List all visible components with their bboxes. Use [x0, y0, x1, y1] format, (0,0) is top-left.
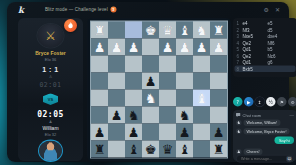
- black-move: b5: [268, 47, 294, 52]
- square[interactable]: [210, 90, 227, 107]
- vs-badge: VS: [43, 93, 58, 105]
- square[interactable]: ♟: [108, 39, 125, 56]
- game-mode-title: Blitz mode — Challenge level 3: [45, 7, 116, 13]
- player-color-icon: ♟: [49, 119, 53, 124]
- square[interactable]: ♜: [210, 22, 227, 39]
- square[interactable]: [125, 22, 142, 39]
- square[interactable]: [210, 73, 227, 90]
- flame-icon: [68, 22, 74, 29]
- chess-piece: ♟: [94, 39, 106, 56]
- close-icon[interactable]: ✕: [275, 6, 280, 13]
- chess-piece: ♟: [145, 73, 157, 90]
- chess-piece: ♚: [145, 22, 157, 39]
- square[interactable]: [176, 90, 193, 107]
- chess-piece: ♟: [179, 39, 191, 56]
- move-row[interactable]: 7Qd1g6: [233, 59, 296, 66]
- desktop-background: k Blitz mode — Challenge level 3 ⚙ ✕ ⚔ B…: [0, 0, 296, 165]
- square[interactable]: [91, 107, 108, 124]
- chess-piece: ♝: [196, 90, 208, 107]
- white-move: Qe2: [243, 53, 268, 58]
- black-move: Nf6: [268, 40, 294, 45]
- black-move: d5: [268, 27, 294, 32]
- chess-piece: ♜: [213, 141, 225, 158]
- chess-piece: ♟: [94, 124, 106, 141]
- chat-panel: Chat room — ♞Welcome, William!♞Welcome, …: [233, 110, 296, 161]
- square[interactable]: ♞: [193, 22, 210, 39]
- match-score: 1 : 1: [42, 65, 59, 73]
- chess-piece: ♝: [179, 22, 191, 39]
- square[interactable]: ♟: [210, 124, 227, 141]
- square[interactable]: [108, 73, 125, 90]
- draw-button[interactable]: ½: [266, 97, 276, 107]
- move-row[interactable]: 2Nf3d5: [233, 27, 296, 34]
- emoji-button[interactable]: ☺: [286, 156, 293, 163]
- square[interactable]: [108, 124, 125, 141]
- chess-piece: ♞: [145, 90, 157, 107]
- message-text: Welcome, Bryce Foster!: [244, 128, 290, 135]
- player-avatar[interactable]: [39, 140, 62, 161]
- square[interactable]: ♞: [176, 107, 193, 124]
- flip-board-button[interactable]: ↕: [255, 97, 265, 107]
- square[interactable]: ♞: [125, 107, 142, 124]
- settings-button[interactable]: ⚙: [288, 97, 296, 107]
- white-move: Qe2: [243, 40, 268, 45]
- square[interactable]: [193, 73, 210, 90]
- chess-piece: ♝: [179, 141, 191, 158]
- player-name: William: [42, 125, 58, 131]
- white-move: Nf3: [243, 27, 268, 32]
- square[interactable]: ♜: [91, 141, 108, 158]
- hint-button[interactable]: ?: [233, 97, 243, 107]
- chess-piece: ♟: [128, 124, 140, 141]
- settings-icon[interactable]: ⚙: [264, 6, 269, 13]
- top-bar: k Blitz mode — Challenge level 3 ⚙ ✕: [7, 2, 289, 17]
- chess-piece: ♛: [162, 141, 174, 158]
- square[interactable]: ♟: [91, 39, 108, 56]
- move-list: 1e4e52Nf3d53Nxe5dxe44Qe2Nf65Qd1b56Qe2Nc6…: [233, 18, 296, 77]
- chess-piece: ♟: [179, 124, 191, 141]
- opponent-name: Bryce Foster: [35, 50, 66, 56]
- square[interactable]: ♟: [125, 39, 142, 56]
- analysis-button[interactable]: ▶: [244, 97, 254, 107]
- square[interactable]: [210, 107, 227, 124]
- message-text: Welcome, William!: [244, 120, 281, 127]
- square[interactable]: ♟: [210, 39, 227, 56]
- square[interactable]: ♝: [193, 90, 210, 107]
- chess-piece: ♛: [162, 22, 174, 39]
- chess-piece: ♟: [213, 39, 225, 56]
- message-avatar-icon: ♞: [236, 129, 242, 135]
- quick-reply-button[interactable]: Say hi: [275, 137, 294, 145]
- streak-flame-badge[interactable]: [64, 19, 77, 32]
- white-move: e4: [243, 21, 268, 26]
- chat-input-wrap: ☺: [236, 155, 294, 163]
- black-move: e5: [268, 21, 294, 26]
- square[interactable]: ♟: [176, 124, 193, 141]
- square[interactable]: [108, 90, 125, 107]
- chess-piece: ♞: [128, 107, 140, 124]
- square[interactable]: [176, 73, 193, 90]
- white-move: Qd1: [243, 47, 268, 52]
- square[interactable]: [176, 56, 193, 73]
- opponent-rating: Elo 36: [45, 57, 56, 62]
- square[interactable]: [159, 90, 176, 107]
- action-buttons: ?▶↕½⚑⚙: [233, 97, 296, 107]
- move-row[interactable]: 8Bxb5: [235, 66, 296, 73]
- app-logo-icon[interactable]: k: [18, 5, 24, 15]
- square[interactable]: [91, 90, 108, 107]
- chess-piece: ♟: [111, 39, 123, 56]
- white-move: Nxe5: [243, 34, 268, 39]
- chess-piece: ♟: [111, 107, 123, 124]
- chess-piece: ♚: [145, 141, 157, 158]
- square[interactable]: ♚: [142, 141, 159, 158]
- square[interactable]: ♞: [142, 90, 159, 107]
- black-move: dxe4: [268, 34, 294, 39]
- square[interactable]: [108, 141, 125, 158]
- game-mode-label: Blitz mode — Challenge level: [45, 7, 108, 12]
- square[interactable]: [142, 56, 159, 73]
- players-sidebar: ⚔ Bryce Foster Elo 36 1 : 1 ♙ 02:01 VS 0…: [18, 18, 83, 161]
- chess-piece: ♜: [94, 141, 106, 158]
- square[interactable]: [91, 73, 108, 90]
- white-move: Qd1: [243, 60, 268, 65]
- square[interactable]: ♟: [176, 39, 193, 56]
- message-avatar-icon: ♞: [236, 120, 242, 126]
- opponent-avatar[interactable]: ⚔: [38, 24, 64, 47]
- square[interactable]: [159, 124, 176, 141]
- square[interactable]: [193, 56, 210, 73]
- square[interactable]: [125, 90, 142, 107]
- move-row[interactable]: 6Qe2Nc6: [233, 53, 296, 60]
- square[interactable]: [142, 39, 159, 56]
- board: ♜♚♛♝♞♜♟♟♟♟♟♟♟♟♞♝♟♞♞♟♟♟♟♜♝♚♛♝♜: [91, 22, 227, 158]
- square[interactable]: ♚: [142, 22, 159, 39]
- chat-bubble-icon: [236, 113, 241, 117]
- chess-piece: ♟: [128, 39, 140, 56]
- white-move: Bxb5: [243, 66, 268, 71]
- chat-message: ♞Welcome, Bryce Foster!: [236, 128, 294, 135]
- square[interactable]: [142, 124, 159, 141]
- chess-piece: ♟: [162, 39, 174, 56]
- chess-piece: ♜: [94, 22, 106, 39]
- chess-piece: ♟: [213, 124, 225, 141]
- square[interactable]: [193, 124, 210, 141]
- black-move: Nc6: [268, 53, 294, 58]
- square[interactable]: [108, 22, 125, 39]
- player-clock: 02:05: [37, 109, 64, 119]
- player-rating: Elo 32: [45, 132, 56, 137]
- square[interactable]: [159, 73, 176, 90]
- chat-input[interactable]: [240, 156, 286, 162]
- challenge-level-badge: 3: [110, 7, 116, 13]
- chess-piece: ♞: [179, 107, 191, 124]
- square[interactable]: ♟: [159, 39, 176, 56]
- square[interactable]: ♝: [125, 141, 142, 158]
- black-move: g6: [268, 60, 294, 65]
- app-window: k Blitz mode — Challenge level 3 ⚙ ✕ ⚔ B…: [7, 2, 289, 162]
- square[interactable]: [210, 56, 227, 73]
- opponent-clock: 02:01: [39, 81, 61, 89]
- square[interactable]: [193, 141, 210, 158]
- square[interactable]: ♟: [125, 124, 142, 141]
- board-panel: ♜♚♛♝♞♜♟♟♟♟♟♟♟♟♞♝♟♞♞♟♟♟♟♜♝♚♛♝♜: [87, 18, 231, 161]
- square[interactable]: ♟: [193, 39, 210, 56]
- move-row[interactable]: 1e4e5: [233, 20, 296, 27]
- square[interactable]: ♛: [159, 22, 176, 39]
- square[interactable]: [159, 56, 176, 73]
- square[interactable]: [125, 73, 142, 90]
- square[interactable]: ♝: [176, 22, 193, 39]
- square[interactable]: ♟: [142, 73, 159, 90]
- square[interactable]: [108, 56, 125, 73]
- reply-avatar-icon: ♟: [236, 149, 242, 155]
- square[interactable]: ♛: [159, 141, 176, 158]
- square[interactable]: ♟: [108, 107, 125, 124]
- chess-piece: ♝: [128, 141, 140, 158]
- square[interactable]: [159, 107, 176, 124]
- move-row[interactable]: 4Qe2Nf6: [233, 40, 296, 47]
- square[interactable]: [91, 56, 108, 73]
- square[interactable]: ♝: [176, 141, 193, 158]
- square[interactable]: [142, 107, 159, 124]
- square[interactable]: ♜: [210, 141, 227, 158]
- move-row[interactable]: 5Qd1b5: [233, 46, 296, 53]
- square[interactable]: [193, 107, 210, 124]
- chess-piece: ♟: [196, 39, 208, 56]
- square[interactable]: [125, 56, 142, 73]
- chat-messages: ♞Welcome, William!♞Welcome, Bryce Foster…: [236, 118, 294, 135]
- chess-piece: ♜: [213, 22, 225, 39]
- square[interactable]: ♟: [91, 124, 108, 141]
- move-row[interactable]: 3Nxe5dxe4: [233, 33, 296, 40]
- square[interactable]: ♜: [91, 22, 108, 39]
- chess-piece: ♞: [196, 22, 208, 39]
- chat-message: ♞Welcome, William!: [236, 120, 294, 127]
- opponent-color-icon: ♙: [49, 74, 53, 79]
- resign-button[interactable]: ⚑: [277, 97, 287, 107]
